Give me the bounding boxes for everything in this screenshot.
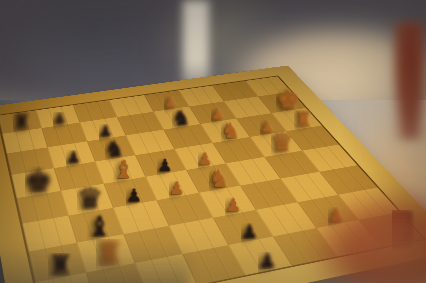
vignette-overlay xyxy=(0,0,426,283)
